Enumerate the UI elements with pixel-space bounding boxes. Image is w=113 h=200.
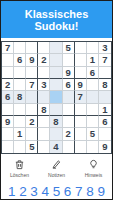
trash-icon	[14, 159, 25, 170]
numpad-key-9[interactable]: 9	[97, 184, 105, 199]
app-title-line1: Klassisches	[25, 8, 89, 20]
cell-r9c6[interactable]	[63, 141, 75, 153]
cell-r2c9[interactable]: 7	[99, 54, 111, 66]
cell-r7c4[interactable]	[38, 116, 50, 128]
hint-button[interactable]: Hinweis	[75, 159, 112, 178]
cell-r3c8[interactable]: 6	[87, 67, 99, 79]
cell-r9c5[interactable]: 4	[50, 141, 62, 153]
cell-r2c6[interactable]	[63, 54, 75, 66]
cell-r7c3[interactable]: 2	[26, 116, 38, 128]
lightbulb-icon	[88, 159, 99, 170]
cell-r4c3[interactable]: 7	[26, 79, 38, 91]
hint-label: Hinweis	[85, 172, 103, 178]
app-title-line2: Sudoku!	[35, 20, 79, 32]
cell-r6c2[interactable]	[14, 104, 26, 116]
cell-r8c3[interactable]	[26, 128, 38, 140]
cell-r2c5[interactable]	[50, 54, 62, 66]
cell-r5c5[interactable]	[50, 91, 62, 103]
cell-r1c6[interactable]: 5	[63, 42, 75, 54]
cell-r3c9[interactable]	[99, 67, 111, 79]
cell-r5c3[interactable]	[26, 91, 38, 103]
cell-r7c1[interactable]: 9	[2, 116, 14, 128]
numpad-key-8[interactable]: 8	[86, 184, 94, 199]
cell-r4c4[interactable]: 3	[38, 79, 50, 91]
cell-r6c1[interactable]	[2, 104, 14, 116]
number-pad: 1 2 3 4 5 6 7 8 9	[1, 184, 112, 199]
notes-button[interactable]: Notizen	[38, 159, 75, 178]
cell-r9c1[interactable]	[2, 141, 14, 153]
cell-r9c8[interactable]	[87, 141, 99, 153]
cell-r6c4[interactable]: 8	[38, 104, 50, 116]
cell-r8c5[interactable]	[50, 128, 62, 140]
cell-r6c3[interactable]	[26, 104, 38, 116]
cell-r4c7[interactable]: 9	[75, 79, 87, 91]
cell-r9c3[interactable]: 5	[26, 141, 38, 153]
cell-r1c8[interactable]	[87, 42, 99, 54]
cell-r1c7[interactable]	[75, 42, 87, 54]
board-container: 7536921796273698687819286125549	[1, 41, 112, 154]
cell-r7c9[interactable]: 6	[99, 116, 111, 128]
cell-r2c8[interactable]: 1	[87, 54, 99, 66]
cell-r1c2[interactable]	[14, 42, 26, 54]
cell-r5c2[interactable]: 8	[14, 91, 26, 103]
cell-r8c8[interactable]: 5	[87, 128, 99, 140]
cell-r4c8[interactable]	[87, 79, 99, 91]
cell-r4c9[interactable]: 8	[99, 79, 111, 91]
cell-r8c2[interactable]: 1	[14, 128, 26, 140]
cell-r1c1[interactable]: 7	[2, 42, 14, 54]
cell-r8c6[interactable]: 2	[63, 128, 75, 140]
cell-r5c8[interactable]	[87, 91, 99, 103]
cell-r6c8[interactable]	[87, 104, 99, 116]
cell-r3c2[interactable]	[14, 67, 26, 79]
cell-r5c6[interactable]	[63, 91, 75, 103]
cell-r2c7[interactable]	[75, 54, 87, 66]
cell-r6c6[interactable]	[63, 104, 75, 116]
cell-r3c1[interactable]	[2, 67, 14, 79]
cell-r8c1[interactable]	[2, 128, 14, 140]
cell-r7c6[interactable]	[63, 116, 75, 128]
cell-r3c7[interactable]	[75, 67, 87, 79]
app-header: Klassisches Sudoku!	[1, 1, 112, 38]
cell-r1c9[interactable]: 3	[99, 42, 111, 54]
cell-r8c9[interactable]	[99, 128, 111, 140]
numpad-key-1[interactable]: 1	[8, 184, 16, 199]
cell-r5c4[interactable]	[38, 91, 50, 103]
numpad-key-6[interactable]: 6	[64, 184, 72, 199]
cell-r5c9[interactable]	[99, 91, 111, 103]
cell-r3c5[interactable]	[50, 67, 62, 79]
cell-r7c7[interactable]	[75, 116, 87, 128]
sudoku-board: 7536921796273698687819286125549	[1, 41, 112, 154]
cell-r7c2[interactable]	[14, 116, 26, 128]
numpad-key-2[interactable]: 2	[19, 184, 27, 199]
delete-label: Löschen	[10, 172, 29, 178]
cell-r4c6[interactable]: 6	[63, 79, 75, 91]
cell-r8c7[interactable]	[75, 128, 87, 140]
numpad-key-4[interactable]: 4	[42, 184, 50, 199]
delete-button[interactable]: Löschen	[1, 159, 38, 178]
cell-r5c1[interactable]: 6	[2, 91, 14, 103]
cell-r2c3[interactable]: 9	[26, 54, 38, 66]
cell-r7c5[interactable]: 8	[50, 116, 62, 128]
cell-r8c4[interactable]	[38, 128, 50, 140]
cell-r6c9[interactable]: 1	[99, 104, 111, 116]
numpad-key-7[interactable]: 7	[75, 184, 83, 199]
cell-r1c4[interactable]	[38, 42, 50, 54]
cell-r7c8[interactable]	[87, 116, 99, 128]
numpad-key-3[interactable]: 3	[30, 184, 38, 199]
toolbar: Löschen Notizen Hinweis	[1, 159, 112, 178]
cell-r4c5[interactable]	[50, 79, 62, 91]
notes-label: Notizen	[48, 172, 65, 178]
cell-r1c5[interactable]	[50, 42, 62, 54]
cell-r9c4[interactable]	[38, 141, 50, 153]
cell-r2c2[interactable]: 6	[14, 54, 26, 66]
cell-r9c7[interactable]	[75, 141, 87, 153]
cell-r9c2[interactable]	[14, 141, 26, 153]
cell-r6c7[interactable]	[75, 104, 87, 116]
cell-r3c6[interactable]: 9	[63, 67, 75, 79]
cell-r4c1[interactable]: 2	[2, 79, 14, 91]
cell-r4c2[interactable]	[14, 79, 26, 91]
cell-r2c1[interactable]	[2, 54, 14, 66]
app-screen: Klassisches Sudoku! 75369217962736986878…	[0, 0, 113, 200]
cell-r9c9[interactable]: 9	[99, 141, 111, 153]
pencil-icon	[51, 159, 62, 170]
cell-r2c4[interactable]: 2	[38, 54, 50, 66]
cell-r3c4[interactable]	[38, 67, 50, 79]
cell-r5c7[interactable]: 7	[75, 91, 87, 103]
cell-r6c5[interactable]	[50, 104, 62, 116]
numpad-key-5[interactable]: 5	[53, 184, 61, 199]
cell-r3c3[interactable]	[26, 67, 38, 79]
cell-r1c3[interactable]	[26, 42, 38, 54]
